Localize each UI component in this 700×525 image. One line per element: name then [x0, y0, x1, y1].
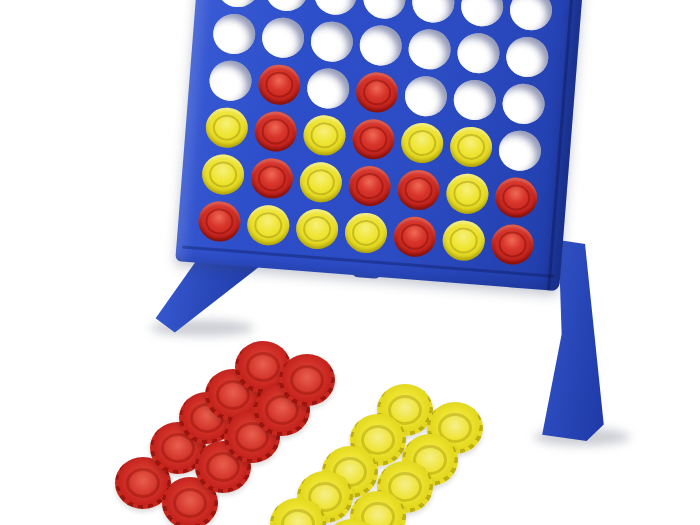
empty-hole: [508, 0, 553, 31]
red-disc: [493, 175, 538, 218]
cell-r2-c3: [305, 16, 358, 67]
cell-r5-c6: [441, 168, 494, 219]
cell-r6-c4: [339, 207, 392, 258]
empty-hole: [459, 0, 504, 27]
red-disc: [392, 215, 437, 258]
cell-r6-c3: [290, 203, 343, 254]
cell-r3-c1: [204, 55, 257, 106]
yellow-disc: [204, 106, 249, 149]
red-disc: [350, 117, 395, 160]
cell-r3-c3: [301, 63, 354, 114]
cell-r5-c2: [245, 152, 298, 203]
board-grid: [193, 0, 557, 269]
yellow-disc: [444, 172, 489, 215]
cell-r2-c4: [354, 20, 407, 71]
empty-hole: [358, 23, 403, 66]
cell-r6-c5: [388, 211, 441, 262]
spare-red-disc: [279, 354, 335, 406]
scene: [0, 0, 700, 525]
cell-r5-c3: [294, 156, 347, 207]
cell-r4-c5: [395, 117, 448, 168]
cell-r4-c3: [298, 109, 351, 160]
empty-hole: [497, 129, 542, 172]
cell-r5-c7: [490, 172, 543, 223]
red-disc: [249, 156, 294, 199]
red-disc: [396, 168, 441, 211]
cell-r4-c2: [249, 106, 302, 157]
yellow-disc: [399, 121, 444, 164]
cell-r2-c2: [256, 12, 309, 63]
red-disc: [490, 222, 535, 265]
cell-r6-c6: [437, 215, 490, 266]
yellow-disc: [302, 113, 347, 156]
cell-r3-c4: [350, 66, 403, 117]
cell-r3-c2: [253, 59, 306, 110]
cell-r2-c7: [501, 31, 554, 82]
cell-r6-c2: [242, 199, 295, 250]
cell-r5-c4: [343, 160, 396, 211]
empty-hole: [208, 59, 253, 102]
yellow-disc: [245, 203, 290, 246]
cell-r6-c7: [486, 219, 539, 270]
cell-r3-c6: [448, 74, 501, 125]
cell-r2-c6: [452, 27, 505, 78]
empty-hole: [215, 0, 260, 8]
empty-hole: [452, 78, 497, 121]
red-disc: [354, 70, 399, 113]
empty-hole: [407, 27, 452, 70]
red-disc: [196, 199, 241, 242]
yellow-disc: [200, 152, 245, 195]
empty-hole: [309, 20, 354, 63]
empty-hole: [501, 82, 546, 125]
board-frame: [175, 0, 584, 291]
cell-r5-c1: [196, 149, 249, 200]
empty-hole: [260, 16, 305, 59]
empty-hole: [305, 66, 350, 109]
connect-four-board: [175, 0, 584, 291]
empty-hole: [211, 12, 256, 55]
empty-hole: [313, 0, 358, 16]
empty-hole: [504, 35, 549, 78]
yellow-disc: [294, 207, 339, 250]
red-disc: [256, 63, 301, 106]
empty-hole: [455, 31, 500, 74]
yellow-disc: [441, 218, 486, 261]
yellow-disc: [298, 160, 343, 203]
empty-hole: [403, 74, 448, 117]
red-disc: [347, 164, 392, 207]
cell-r4-c7: [493, 125, 546, 176]
cell-r2-c5: [403, 23, 456, 74]
empty-hole: [410, 0, 455, 24]
cell-r1-c7: [504, 0, 557, 35]
cell-r6-c1: [193, 195, 246, 246]
cell-r5-c5: [392, 164, 445, 215]
yellow-disc: [448, 125, 493, 168]
cell-r3-c7: [497, 78, 550, 129]
red-disc: [253, 109, 298, 152]
cell-r3-c5: [399, 70, 452, 121]
cell-r4-c1: [200, 102, 253, 153]
cell-r4-c6: [444, 121, 497, 172]
cell-r1-c6: [455, 0, 508, 31]
yellow-disc: [343, 211, 388, 254]
empty-hole: [361, 0, 406, 20]
cell-r2-c1: [207, 8, 260, 59]
empty-hole: [264, 0, 309, 12]
cell-r4-c4: [347, 113, 400, 164]
